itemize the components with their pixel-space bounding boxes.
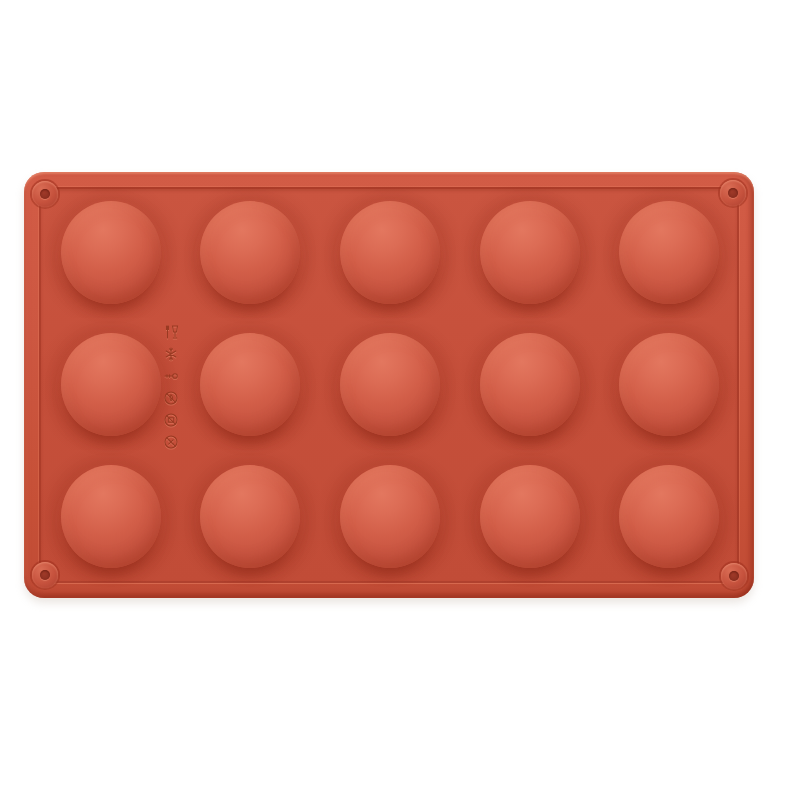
cavity-cell bbox=[320, 450, 460, 582]
cavity-cell bbox=[41, 186, 181, 318]
dome-cavity bbox=[619, 333, 719, 436]
thermometer-icon bbox=[163, 368, 179, 384]
food-safe-glass-fork-icon bbox=[163, 324, 179, 340]
cavity-cell bbox=[599, 318, 739, 450]
dome-cavity bbox=[480, 465, 580, 568]
cavity-cell bbox=[181, 318, 321, 450]
cavity-cell bbox=[181, 186, 321, 318]
cavity-cell bbox=[460, 450, 600, 582]
product-photo bbox=[0, 0, 800, 800]
silicone-mold-tray bbox=[24, 172, 754, 598]
no-open-flame-icon bbox=[163, 390, 179, 406]
cavity-cell bbox=[460, 186, 600, 318]
dome-cavity bbox=[340, 333, 440, 436]
dome-cavity bbox=[61, 333, 161, 436]
dome-cavity bbox=[480, 201, 580, 304]
dome-cavity bbox=[61, 201, 161, 304]
cavity-cell bbox=[320, 318, 460, 450]
cavity-grid bbox=[41, 186, 739, 582]
cavity-cell bbox=[181, 450, 321, 582]
dome-cavity bbox=[61, 465, 161, 568]
cavity-cell bbox=[460, 318, 600, 450]
embossed-safety-icons bbox=[160, 324, 182, 450]
dome-cavity bbox=[619, 465, 719, 568]
no-oven-icon bbox=[163, 412, 179, 428]
corner-rivet-top-left bbox=[32, 181, 58, 207]
dome-cavity bbox=[619, 201, 719, 304]
cavity-cell bbox=[41, 450, 181, 582]
corner-rivet-bottom-right bbox=[721, 563, 747, 589]
corner-rivet-bottom-left bbox=[32, 562, 58, 588]
snowflake-icon bbox=[163, 346, 179, 362]
cavity-cell bbox=[599, 186, 739, 318]
dome-cavity bbox=[480, 333, 580, 436]
dome-cavity bbox=[200, 465, 300, 568]
corner-rivet-top-right bbox=[720, 180, 746, 206]
dome-cavity bbox=[200, 333, 300, 436]
no-cutting-icon bbox=[163, 434, 179, 450]
dome-cavity bbox=[340, 201, 440, 304]
cavity-cell bbox=[599, 450, 739, 582]
dome-cavity bbox=[340, 465, 440, 568]
cavity-cell bbox=[320, 186, 460, 318]
dome-cavity bbox=[200, 201, 300, 304]
